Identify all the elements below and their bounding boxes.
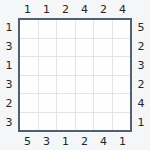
cell-r1c2[interactable] xyxy=(39,20,57,38)
cell-r3c4[interactable] xyxy=(76,57,94,75)
cell-r4c2[interactable] xyxy=(39,76,57,94)
cell-r4c5[interactable] xyxy=(94,76,112,94)
cell-r4c6[interactable] xyxy=(113,76,131,94)
cell-r1c5[interactable] xyxy=(94,20,112,38)
cell-r6c2[interactable] xyxy=(39,113,57,131)
cell-r1c3[interactable] xyxy=(57,20,75,38)
clue-bottom-1: 5 xyxy=(18,132,37,150)
clue-top-5: 2 xyxy=(94,0,113,18)
cell-r5c3[interactable] xyxy=(57,94,75,112)
cell-r5c2[interactable] xyxy=(39,94,57,112)
puzzle-board xyxy=(18,18,132,132)
clue-left-3: 1 xyxy=(0,56,18,75)
cell-r2c5[interactable] xyxy=(94,39,112,57)
cell-r4c1[interactable] xyxy=(20,76,38,94)
clue-bottom-3: 1 xyxy=(56,132,75,150)
cell-r2c2[interactable] xyxy=(39,39,57,57)
clue-bottom-4: 2 xyxy=(75,132,94,150)
clue-right-3: 3 xyxy=(132,56,150,75)
cell-r2c4[interactable] xyxy=(76,39,94,57)
clue-right-2: 2 xyxy=(132,37,150,56)
cell-r4c4[interactable] xyxy=(76,76,94,94)
cell-r1c6[interactable] xyxy=(113,20,131,38)
cell-r4c3[interactable] xyxy=(57,76,75,94)
cell-r5c5[interactable] xyxy=(94,94,112,112)
cell-r5c4[interactable] xyxy=(76,94,94,112)
cell-r3c3[interactable] xyxy=(57,57,75,75)
cell-r3c5[interactable] xyxy=(94,57,112,75)
cell-r6c1[interactable] xyxy=(20,113,38,131)
clue-bottom-2: 3 xyxy=(37,132,56,150)
clue-top-1: 1 xyxy=(18,0,37,18)
clue-bottom-6: 1 xyxy=(113,132,132,150)
cell-r6c3[interactable] xyxy=(57,113,75,131)
clue-top-4: 4 xyxy=(75,0,94,18)
cell-r5c1[interactable] xyxy=(20,94,38,112)
cell-r3c6[interactable] xyxy=(113,57,131,75)
clue-top-3: 2 xyxy=(56,0,75,18)
clue-right-6: 1 xyxy=(132,113,150,132)
clue-top-2: 1 xyxy=(37,0,56,18)
cell-r1c1[interactable] xyxy=(20,20,38,38)
cell-r6c5[interactable] xyxy=(94,113,112,131)
clue-right-5: 4 xyxy=(132,94,150,113)
cell-r3c1[interactable] xyxy=(20,57,38,75)
clue-left-5: 2 xyxy=(0,94,18,113)
clue-right-4: 2 xyxy=(132,75,150,94)
clue-left-1: 1 xyxy=(0,18,18,37)
clue-top-6: 4 xyxy=(113,0,132,18)
clue-left-4: 3 xyxy=(0,75,18,94)
cell-r2c3[interactable] xyxy=(57,39,75,57)
cell-r3c2[interactable] xyxy=(39,57,57,75)
clue-left-2: 3 xyxy=(0,37,18,56)
clue-bottom-5: 4 xyxy=(94,132,113,150)
cell-r6c6[interactable] xyxy=(113,113,131,131)
cell-r5c6[interactable] xyxy=(113,94,131,112)
cell-r2c6[interactable] xyxy=(113,39,131,57)
cell-r2c1[interactable] xyxy=(20,39,38,57)
cell-r6c4[interactable] xyxy=(76,113,94,131)
skyscrapers-puzzle: 1 1 2 4 2 4 1 3 1 3 2 3 5 2 3 2 4 1 5 3 … xyxy=(0,0,150,150)
clue-left-6: 3 xyxy=(0,113,18,132)
clue-right-1: 5 xyxy=(132,18,150,37)
cell-r1c4[interactable] xyxy=(76,20,94,38)
